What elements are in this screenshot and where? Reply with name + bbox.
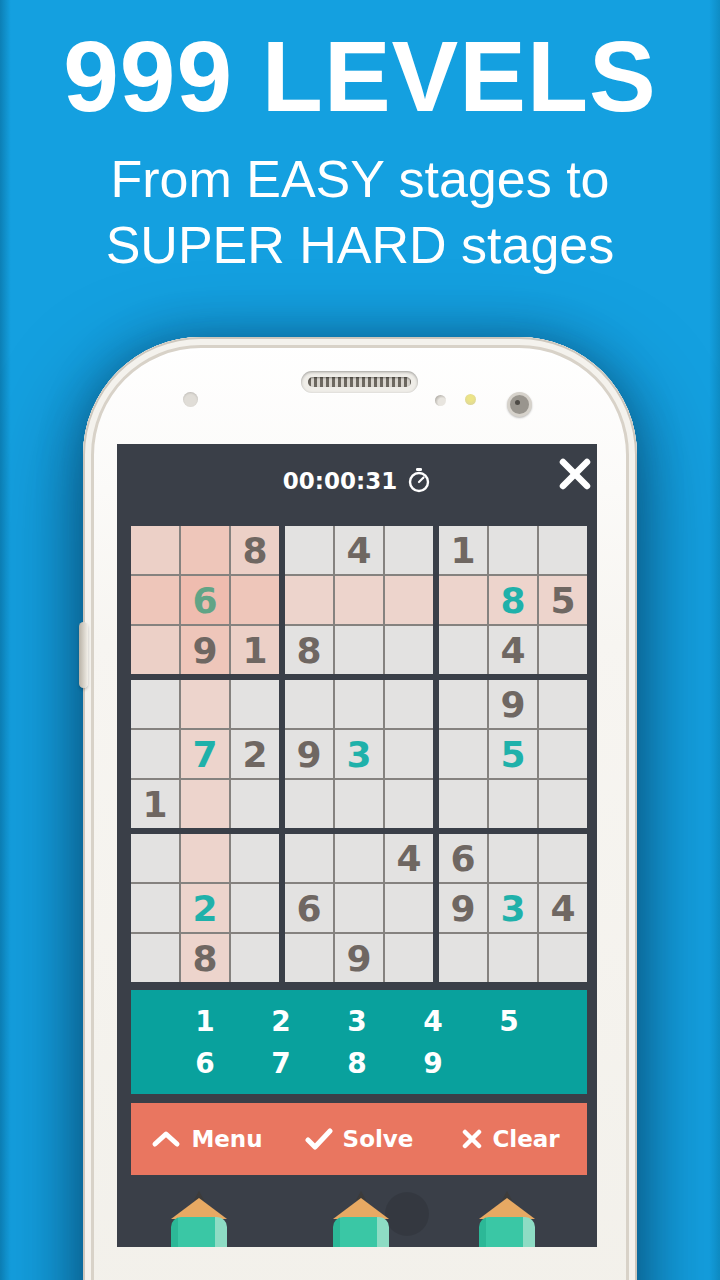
sudoku-cell-r6c6[interactable] — [385, 780, 433, 828]
solve-label: Solve — [343, 1126, 414, 1152]
sudoku-cell-r2c6[interactable] — [385, 576, 433, 624]
sudoku-cell-r6c7[interactable] — [439, 780, 487, 828]
close-icon[interactable] — [558, 457, 592, 491]
notification-led — [465, 394, 476, 405]
sudoku-grid: 86914818547219395284696934 — [131, 526, 587, 982]
sudoku-block-4: 721 — [131, 680, 279, 828]
sudoku-block-1: 8691 — [131, 526, 279, 674]
sudoku-cell-r6c9[interactable] — [539, 780, 587, 828]
proximity-sensor — [183, 392, 198, 407]
timer-row: 00:00:31 — [117, 468, 597, 494]
sudoku-cell-r4c4[interactable] — [285, 680, 333, 728]
sudoku-block-6: 95 — [439, 680, 587, 828]
numpad-3[interactable]: 3 — [319, 1005, 395, 1038]
sudoku-cell-r8c5[interactable] — [335, 884, 383, 932]
pencil-wood — [333, 1198, 389, 1219]
pencil-icon — [333, 1191, 389, 1247]
sudoku-cell-r6c8[interactable] — [489, 780, 537, 828]
hero-text: 999 LEVELS From EASY stages to SUPER HAR… — [0, 0, 720, 278]
hero-subtitle: From EASY stages to SUPER HARD stages — [0, 146, 720, 278]
sudoku-cell-r4c2[interactable] — [181, 680, 229, 728]
sudoku-cell-r3c7[interactable] — [439, 626, 487, 674]
sudoku-cell-r9c5[interactable]: 9 — [335, 934, 383, 982]
numpad-row-2: 6789 — [131, 1047, 587, 1080]
sudoku-cell-r2c1[interactable] — [131, 576, 179, 624]
sudoku-cell-r5c4[interactable]: 9 — [285, 730, 333, 778]
sudoku-cell-r1c6[interactable] — [385, 526, 433, 574]
sudoku-cell-r9c8[interactable] — [489, 934, 537, 982]
sudoku-cell-r1c9[interactable] — [539, 526, 587, 574]
sudoku-cell-r8c8[interactable]: 3 — [489, 884, 537, 932]
sudoku-cell-r8c1[interactable] — [131, 884, 179, 932]
numpad-4[interactable]: 4 — [395, 1005, 471, 1038]
numpad-8[interactable]: 8 — [319, 1047, 395, 1080]
sudoku-cell-r8c3[interactable] — [231, 884, 279, 932]
sudoku-cell-r2c2[interactable]: 6 — [181, 576, 229, 624]
stopwatch-icon — [407, 468, 431, 494]
menu-button[interactable]: Menu — [131, 1126, 283, 1152]
sudoku-cell-r5c9[interactable] — [539, 730, 587, 778]
sudoku-block-3: 1854 — [439, 526, 587, 674]
sudoku-cell-r5c5[interactable]: 3 — [335, 730, 383, 778]
sudoku-cell-r7c9[interactable] — [539, 834, 587, 882]
chevron-up-icon — [151, 1130, 181, 1148]
hero-title: 999 LEVELS — [0, 24, 720, 128]
sudoku-cell-r5c3[interactable]: 2 — [231, 730, 279, 778]
sudoku-cell-r9c7[interactable] — [439, 934, 487, 982]
phone-mockup: 00:00:31 86914818547219395284696934 1234… — [83, 337, 637, 1280]
sudoku-cell-r9c3[interactable] — [231, 934, 279, 982]
sudoku-cell-r1c8[interactable] — [489, 526, 537, 574]
sudoku-cell-r3c1[interactable] — [131, 626, 179, 674]
pencil-wood — [479, 1198, 535, 1219]
sudoku-block-5: 93 — [285, 680, 433, 828]
pencil-body — [333, 1217, 389, 1247]
sudoku-cell-r9c6[interactable] — [385, 934, 433, 982]
hero-subtitle-line2: SUPER HARD stages — [0, 212, 720, 278]
sudoku-cell-r8c7[interactable]: 9 — [439, 884, 487, 932]
pencil-icon — [171, 1191, 227, 1247]
numpad-9[interactable]: 9 — [395, 1047, 471, 1080]
sudoku-cell-r7c6[interactable]: 4 — [385, 834, 433, 882]
x-icon — [462, 1129, 482, 1149]
sudoku-cell-r3c2[interactable]: 9 — [181, 626, 229, 674]
sudoku-cell-r5c8[interactable]: 5 — [489, 730, 537, 778]
numpad-row-1: 12345 — [131, 1005, 587, 1038]
check-icon — [305, 1128, 333, 1150]
sudoku-cell-r4c9[interactable] — [539, 680, 587, 728]
app-screen: 00:00:31 86914818547219395284696934 1234… — [117, 444, 597, 1247]
numpad-2[interactable]: 2 — [243, 1005, 319, 1038]
hero-subtitle-line1: From EASY stages to — [0, 146, 720, 212]
sudoku-cell-r1c2[interactable] — [181, 526, 229, 574]
sudoku-cell-r6c2[interactable] — [181, 780, 229, 828]
sudoku-cell-r7c7[interactable]: 6 — [439, 834, 487, 882]
sudoku-cell-r7c5[interactable] — [335, 834, 383, 882]
sudoku-cell-r5c2[interactable]: 7 — [181, 730, 229, 778]
numpad: 123456789 — [131, 990, 587, 1094]
sudoku-cell-r4c1[interactable] — [131, 680, 179, 728]
sudoku-block-2: 48 — [285, 526, 433, 674]
sudoku-cell-r7c1[interactable] — [131, 834, 179, 882]
sudoku-cell-r4c3[interactable] — [231, 680, 279, 728]
sudoku-cell-r2c8[interactable]: 8 — [489, 576, 537, 624]
sudoku-cell-r9c9[interactable] — [539, 934, 587, 982]
front-camera — [507, 392, 532, 417]
pencil-body — [479, 1217, 535, 1247]
sudoku-cell-r3c8[interactable]: 4 — [489, 626, 537, 674]
sudoku-cell-r6c5[interactable] — [335, 780, 383, 828]
sudoku-cell-r2c9[interactable]: 5 — [539, 576, 587, 624]
sudoku-cell-r9c4[interactable] — [285, 934, 333, 982]
pencil-wood — [171, 1198, 227, 1219]
sudoku-cell-r6c1[interactable]: 1 — [131, 780, 179, 828]
sudoku-cell-r8c9[interactable]: 4 — [539, 884, 587, 932]
speaker-grille — [301, 371, 418, 393]
sudoku-cell-r3c4[interactable]: 8 — [285, 626, 333, 674]
volume-button — [79, 622, 88, 688]
promo-screenshot: 999 LEVELS From EASY stages to SUPER HAR… — [0, 0, 720, 1280]
sudoku-cell-r5c7[interactable] — [439, 730, 487, 778]
sudoku-cell-r1c1[interactable] — [131, 526, 179, 574]
sudoku-cell-r8c2[interactable]: 2 — [181, 884, 229, 932]
sudoku-cell-r3c6[interactable] — [385, 626, 433, 674]
sudoku-cell-r6c3[interactable] — [231, 780, 279, 828]
sudoku-cell-r1c4[interactable] — [285, 526, 333, 574]
numpad-5[interactable]: 5 — [471, 1005, 547, 1038]
sudoku-cell-r3c9[interactable] — [539, 626, 587, 674]
sudoku-cell-r7c8[interactable] — [489, 834, 537, 882]
numpad-7[interactable]: 7 — [243, 1047, 319, 1080]
sudoku-cell-r1c3[interactable]: 8 — [231, 526, 279, 574]
sudoku-cell-r2c5[interactable] — [335, 576, 383, 624]
sudoku-cell-r2c7[interactable] — [439, 576, 487, 624]
sudoku-cell-r8c6[interactable] — [385, 884, 433, 932]
speaker-mesh — [308, 377, 411, 387]
menu-label: Menu — [191, 1126, 262, 1152]
numpad-6[interactable]: 6 — [167, 1047, 243, 1080]
sudoku-cell-r3c3[interactable]: 1 — [231, 626, 279, 674]
sudoku-cell-r7c3[interactable] — [231, 834, 279, 882]
sudoku-cell-r2c4[interactable] — [285, 576, 333, 624]
sudoku-block-8: 469 — [285, 834, 433, 982]
clear-label: Clear — [492, 1126, 559, 1152]
solve-button[interactable]: Solve — [283, 1126, 435, 1152]
sudoku-cell-r4c5[interactable] — [335, 680, 383, 728]
sudoku-cell-r4c7[interactable] — [439, 680, 487, 728]
sudoku-cell-r5c6[interactable] — [385, 730, 433, 778]
sudoku-block-7: 28 — [131, 834, 279, 982]
camera-lens — [515, 400, 520, 405]
clear-button[interactable]: Clear — [435, 1126, 587, 1152]
sudoku-block-9: 6934 — [439, 834, 587, 982]
pencil-body — [171, 1217, 227, 1247]
sudoku-cell-r3c5[interactable] — [335, 626, 383, 674]
light-sensor — [435, 395, 446, 406]
numpad-1[interactable]: 1 — [167, 1005, 243, 1038]
timer-text: 00:00:31 — [283, 468, 397, 494]
toolbar: Menu Solve — [131, 1103, 587, 1175]
sudoku-cell-r4c6[interactable] — [385, 680, 433, 728]
sudoku-cell-r1c5[interactable]: 4 — [335, 526, 383, 574]
sudoku-cell-r8c4[interactable]: 6 — [285, 884, 333, 932]
sudoku-cell-r6c4[interactable] — [285, 780, 333, 828]
sudoku-cell-r4c8[interactable]: 9 — [489, 680, 537, 728]
pencil-row — [117, 1189, 597, 1247]
pencil-icon — [479, 1191, 535, 1247]
sudoku-cell-r5c1[interactable] — [131, 730, 179, 778]
sudoku-cell-r2c3[interactable] — [231, 576, 279, 624]
sudoku-cell-r7c2[interactable] — [181, 834, 229, 882]
sudoku-cell-r1c7[interactable]: 1 — [439, 526, 487, 574]
sudoku-cell-r9c1[interactable] — [131, 934, 179, 982]
sudoku-cell-r7c4[interactable] — [285, 834, 333, 882]
sudoku-cell-r9c2[interactable]: 8 — [181, 934, 229, 982]
